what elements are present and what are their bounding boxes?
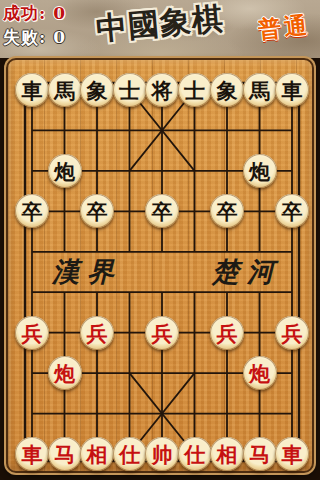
piece-glyph: 車: [15, 437, 49, 471]
piece-black-soldier[interactable]: 卒: [15, 194, 49, 228]
piece-glyph: 車: [15, 73, 49, 107]
piece-glyph: 兵: [210, 316, 244, 350]
piece-glyph: 車: [275, 437, 309, 471]
river-label-chu-he: 楚河: [212, 256, 282, 290]
piece-black-horse[interactable]: 馬: [243, 73, 277, 107]
piece-red-soldier[interactable]: 兵: [210, 316, 244, 350]
piece-black-chariot[interactable]: 車: [275, 73, 309, 107]
piece-glyph: 車: [275, 73, 309, 107]
success-counter: 成功: 0: [3, 1, 66, 25]
piece-glyph: 卒: [275, 194, 309, 228]
score-panel: 成功: 0 失败: 0: [3, 1, 66, 49]
piece-glyph: 兵: [80, 316, 114, 350]
piece-black-cannon[interactable]: 炮: [48, 154, 82, 188]
piece-glyph: 仕: [178, 437, 212, 471]
piece-black-advisor[interactable]: 士: [178, 73, 212, 107]
piece-black-advisor[interactable]: 士: [113, 73, 147, 107]
piece-glyph: 马: [48, 437, 82, 471]
piece-glyph: 仕: [113, 437, 147, 471]
piece-black-chariot[interactable]: 車: [15, 73, 49, 107]
piece-glyph: 士: [113, 73, 147, 107]
piece-red-elephant[interactable]: 相: [80, 437, 114, 471]
piece-red-advisor[interactable]: 仕: [178, 437, 212, 471]
piece-glyph: 炮: [48, 356, 82, 390]
piece-red-horse[interactable]: 马: [243, 437, 277, 471]
piece-red-soldier[interactable]: 兵: [275, 316, 309, 350]
success-value: 0: [53, 3, 66, 23]
piece-red-cannon[interactable]: 炮: [243, 356, 277, 390]
top-bar: 成功: 0 失败: 0 中國象棋 普通: [0, 0, 320, 58]
piece-glyph: 相: [80, 437, 114, 471]
fail-label: 失败: [3, 27, 39, 47]
fail-counter: 失败: 0: [3, 25, 66, 49]
difficulty-badge[interactable]: 普通: [257, 9, 312, 45]
piece-red-soldier[interactable]: 兵: [145, 316, 179, 350]
piece-red-advisor[interactable]: 仕: [113, 437, 147, 471]
piece-glyph: 兵: [275, 316, 309, 350]
piece-glyph: 兵: [145, 316, 179, 350]
river-label-han-jie: 漢界: [52, 256, 122, 290]
piece-glyph: 将: [145, 73, 179, 107]
app-screen: 成功: 0 失败: 0 中國象棋 普通 漢界 楚河 車馬象士将士象馬車炮炮卒卒卒…: [0, 0, 320, 480]
piece-glyph: 士: [178, 73, 212, 107]
piece-glyph: 象: [80, 73, 114, 107]
success-label: 成功: [3, 3, 39, 23]
piece-black-elephant[interactable]: 象: [210, 73, 244, 107]
piece-glyph: 相: [210, 437, 244, 471]
piece-red-chariot[interactable]: 車: [15, 437, 49, 471]
piece-glyph: 炮: [243, 154, 277, 188]
piece-red-horse[interactable]: 马: [48, 437, 82, 471]
piece-glyph: 象: [210, 73, 244, 107]
piece-glyph: 炮: [243, 356, 277, 390]
piece-glyph: 卒: [145, 194, 179, 228]
piece-glyph: 馬: [243, 73, 277, 107]
piece-black-horse[interactable]: 馬: [48, 73, 82, 107]
piece-black-soldier[interactable]: 卒: [145, 194, 179, 228]
piece-red-general[interactable]: 帅: [145, 437, 179, 471]
piece-black-soldier[interactable]: 卒: [275, 194, 309, 228]
piece-black-soldier[interactable]: 卒: [210, 194, 244, 228]
app-title: 中國象棋: [94, 0, 225, 50]
piece-glyph: 马: [243, 437, 277, 471]
piece-black-cannon[interactable]: 炮: [243, 154, 277, 188]
piece-red-cannon[interactable]: 炮: [48, 356, 82, 390]
piece-glyph: 帅: [145, 437, 179, 471]
piece-black-soldier[interactable]: 卒: [80, 194, 114, 228]
piece-glyph: 卒: [15, 194, 49, 228]
piece-glyph: 炮: [48, 154, 82, 188]
piece-glyph: 卒: [210, 194, 244, 228]
piece-glyph: 馬: [48, 73, 82, 107]
piece-black-elephant[interactable]: 象: [80, 73, 114, 107]
success-colon: :: [39, 3, 46, 23]
fail-colon: :: [39, 27, 46, 47]
piece-glyph: 卒: [80, 194, 114, 228]
piece-red-elephant[interactable]: 相: [210, 437, 244, 471]
piece-red-chariot[interactable]: 車: [275, 437, 309, 471]
piece-black-general[interactable]: 将: [145, 73, 179, 107]
piece-glyph: 兵: [15, 316, 49, 350]
xiangqi-board[interactable]: 漢界 楚河 車馬象士将士象馬車炮炮卒卒卒卒卒兵兵兵兵兵炮炮車马相仕帅仕相马車: [6, 58, 314, 473]
fail-value: 0: [53, 27, 66, 47]
piece-red-soldier[interactable]: 兵: [15, 316, 49, 350]
piece-red-soldier[interactable]: 兵: [80, 316, 114, 350]
